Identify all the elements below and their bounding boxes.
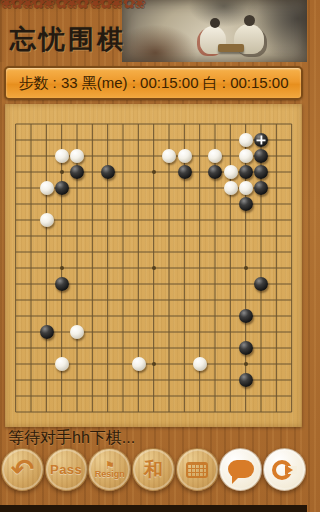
white-stone: [162, 149, 176, 163]
white-stone: [132, 357, 146, 371]
ink-painting-decoration: [122, 0, 307, 62]
black-stone: [239, 309, 253, 323]
white-stone: [224, 181, 238, 195]
black-stone: [70, 165, 84, 179]
undo-icon: ↶: [11, 456, 34, 484]
black-stone: [101, 165, 115, 179]
resign-button[interactable]: ⚑ Resign: [88, 448, 131, 491]
last-move-marker: [257, 136, 266, 145]
black-stone: [254, 277, 268, 291]
white-stone: [40, 213, 54, 227]
board-grid[interactable]: [8, 116, 299, 420]
bottom-edge-strip: [0, 505, 307, 512]
star-point: [152, 170, 156, 174]
black-stone: [239, 197, 253, 211]
black-stone: [208, 165, 222, 179]
white-stone: [193, 357, 207, 371]
toolbar: ↶ Pass ⚑ Resign 和: [0, 448, 307, 495]
star-point: [152, 266, 156, 270]
star-point: [244, 362, 248, 366]
white-stone: [178, 149, 192, 163]
exit-button[interactable]: [263, 448, 306, 491]
count-button[interactable]: [176, 448, 219, 491]
circular-arrow-icon: [271, 458, 297, 482]
black-stone: [254, 181, 268, 195]
leaf-decoration: ❀✿❀✿❀ ✿❀✿ ❀✿❀ ✿❀: [0, 0, 150, 9]
stones-layer: [8, 116, 299, 420]
game-status-bar: 步数 : 33 黑(me) : 00:15:00 白 : 00:15:00: [4, 66, 303, 100]
black-stone: [239, 373, 253, 387]
white-stone: [239, 181, 253, 195]
undo-button[interactable]: ↶: [1, 448, 44, 491]
white-stone: [55, 149, 69, 163]
app-title: 忘忧围棋: [10, 22, 126, 57]
move-and-clock-text: 步数 : 33 黑(me) : 00:15:00 白 : 00:15:00: [18, 74, 288, 93]
black-stone: [178, 165, 192, 179]
painting-figure-1-head: [210, 18, 220, 28]
black-stone: [254, 133, 268, 147]
resign-label: Resign: [95, 470, 125, 479]
star-point: [60, 170, 64, 174]
white-stone: [70, 149, 84, 163]
painting-figure-2-head: [244, 15, 255, 26]
white-stone: [239, 149, 253, 163]
go-board[interactable]: [5, 104, 302, 427]
pass-label: Pass: [50, 463, 82, 476]
white-stone: [70, 325, 84, 339]
black-stone: [40, 325, 54, 339]
black-stone: [239, 341, 253, 355]
black-stone: [254, 165, 268, 179]
white-stone: [40, 181, 54, 195]
waiting-message: 等待对手hh下棋...: [8, 428, 135, 449]
white-stone: [208, 149, 222, 163]
white-stone: [239, 133, 253, 147]
draw-label: 和: [144, 460, 163, 479]
star-point: [60, 266, 64, 270]
counting-grid-icon: [186, 462, 208, 478]
black-stone: [55, 181, 69, 195]
black-stone: [55, 277, 69, 291]
white-stone: [55, 357, 69, 371]
star-point: [244, 266, 248, 270]
star-point: [152, 362, 156, 366]
pass-button[interactable]: Pass: [45, 448, 88, 491]
black-stone: [254, 149, 268, 163]
draw-button[interactable]: 和: [132, 448, 175, 491]
black-stone: [239, 165, 253, 179]
speech-bubble-icon: [228, 460, 254, 478]
painting-goban: [218, 44, 244, 52]
header: ❀✿❀✿❀ ✿❀✿ ❀✿❀ ✿❀ 忘忧围棋: [0, 0, 307, 62]
chat-button[interactable]: [219, 448, 262, 491]
white-stone: [224, 165, 238, 179]
